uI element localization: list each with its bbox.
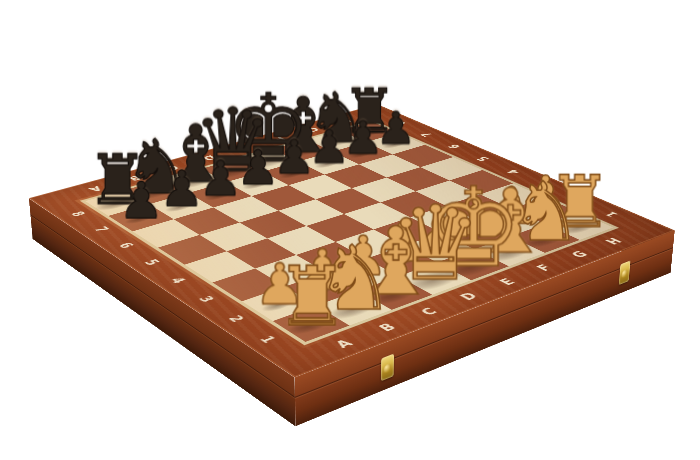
pieces-layer: ♜♞♝♛♚♝♞♜♟♟♟♟♟♟♟♟♟♟♟♟♟♟♟♟♜♞♝♛♚♝♞♜ [29, 104, 675, 377]
brass-latch-front-left [381, 354, 394, 382]
chess-box: 11AA22BB33CC44DD55EE66FF77GG88HH ♜♞♝♛♚♝♞… [29, 104, 675, 377]
board-top: 11AA22BB33CC44DD55EE66FF77GG88HH ♜♞♝♛♚♝♞… [29, 104, 675, 377]
brass-latch-front-right [619, 260, 631, 285]
photo-stage: 11AA22BB33CC44DD55EE66FF77GG88HH ♜♞♝♛♚♝♞… [0, 0, 700, 460]
